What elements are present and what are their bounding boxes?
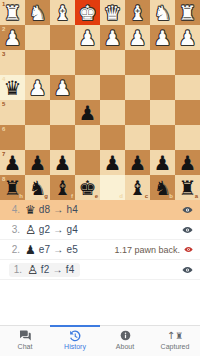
move-row-3[interactable]: 3.♙g2 → g4 (0, 220, 200, 240)
square-a2[interactable]: ♟ (175, 25, 200, 50)
eye-icon[interactable] (182, 226, 193, 234)
rank-label-7: 7 (2, 151, 5, 157)
square-h5[interactable]: 5 (0, 100, 25, 125)
square-d3[interactable] (100, 50, 125, 75)
bottom-nav: Chat History About ↑♜ Captured (0, 325, 200, 356)
square-h3[interactable]: 3 (0, 50, 25, 75)
move-entry: 3.♙g2 → g4 (9, 224, 82, 236)
square-e8[interactable]: e♚ (75, 175, 100, 200)
square-f8[interactable]: f♝ (50, 175, 75, 200)
tab-history-label: History (64, 343, 86, 350)
chess-app: 1♜♞♝♚♛♝♞♜2♟♟♟♟♟♟34♛♟♟5♟67♟♟♟♟♟♟♟8h♜g♞f♝e… (0, 0, 200, 356)
square-d7[interactable]: ♟ (100, 150, 125, 175)
white-pawn: ♟ (50, 75, 75, 100)
square-e5[interactable]: ♟ (75, 100, 100, 125)
square-b7[interactable]: ♟ (150, 150, 175, 175)
rank-label-4: 4 (2, 76, 5, 82)
move-text: f2 → f4 (41, 264, 75, 275)
square-f4[interactable]: ♟ (50, 75, 75, 100)
move-text: e7 → e5 (39, 244, 78, 255)
square-c7[interactable]: ♟ (125, 150, 150, 175)
file-label-d: d (119, 193, 123, 199)
square-e1[interactable]: ♚ (75, 0, 100, 25)
white-pawn: ♟ (75, 25, 100, 50)
square-b4[interactable] (150, 75, 175, 100)
square-f3[interactable] (50, 50, 75, 75)
black-pawn: ♟ (50, 150, 75, 175)
square-c6[interactable] (125, 125, 150, 150)
rank-label-1: 1 (2, 1, 5, 7)
white-bishop: ♝ (50, 0, 75, 25)
square-h1[interactable]: 1♜ (0, 0, 25, 25)
move-text: g2 → g4 (39, 224, 78, 235)
tab-captured-label: Captured (161, 343, 190, 350)
square-c5[interactable] (125, 100, 150, 125)
tab-history[interactable]: History (50, 326, 100, 356)
square-g8[interactable]: g♞ (25, 175, 50, 200)
tab-about[interactable]: About (100, 326, 150, 356)
tab-captured[interactable]: ↑♜ Captured (150, 326, 200, 356)
square-h8[interactable]: 8h♜ (0, 175, 25, 200)
move-row-4[interactable]: 4.♛d8 → h4 (0, 200, 200, 220)
square-h6[interactable]: 6 (0, 125, 25, 150)
black-pawn: ♟ (75, 100, 100, 125)
move-row-1[interactable]: 1.♙f2 → f4 (0, 260, 200, 280)
black-pawn: ♟ (25, 150, 50, 175)
square-a7[interactable]: ♟ (175, 150, 200, 175)
square-a8[interactable]: a♜ (175, 175, 200, 200)
square-f7[interactable]: ♟ (50, 150, 75, 175)
square-d4[interactable] (100, 75, 125, 100)
tab-chat-label: Chat (18, 343, 33, 350)
white-pawn: ♟ (175, 25, 200, 50)
square-g2[interactable] (25, 25, 50, 50)
square-c1[interactable]: ♝ (125, 0, 150, 25)
black-pawn: ♟ (125, 150, 150, 175)
square-a1[interactable]: ♜ (175, 0, 200, 25)
square-g3[interactable] (25, 50, 50, 75)
file-label-f: f (71, 193, 73, 199)
move-number: 4. (9, 204, 20, 215)
white-pawn: ♟ (25, 75, 50, 100)
square-a6[interactable] (175, 125, 200, 150)
white-pawn-icon: ♙ (27, 264, 38, 276)
chess-board: 1♜♞♝♚♛♝♞♜2♟♟♟♟♟♟34♛♟♟5♟67♟♟♟♟♟♟♟8h♜g♞f♝e… (0, 0, 200, 200)
square-c4[interactable] (125, 75, 150, 100)
square-c8[interactable]: c♝ (125, 175, 150, 200)
rank-label-6: 6 (2, 126, 5, 132)
tab-chat[interactable]: Chat (0, 326, 50, 356)
file-label-g: g (44, 193, 48, 199)
square-d8[interactable]: d (100, 175, 125, 200)
square-e2[interactable]: ♟ (75, 25, 100, 50)
white-pawn: ♟ (100, 25, 125, 50)
about-icon (120, 329, 131, 342)
rank-label-2: 2 (2, 26, 5, 32)
square-g4[interactable]: ♟ (25, 75, 50, 100)
tab-about-label: About (116, 343, 134, 350)
move-entry: 1.♙f2 → f4 (9, 263, 80, 277)
move-history-panel: 4.♛d8 → h43.♙g2 → g42.♟e7 → e51.17 pawn … (0, 200, 200, 280)
rank-label-5: 5 (2, 101, 5, 107)
file-label-h: h (19, 193, 23, 199)
active-tab-indicator (50, 325, 100, 327)
square-f6[interactable] (50, 125, 75, 150)
file-label-e: e (95, 193, 98, 199)
file-label-a: a (195, 193, 198, 199)
white-pawn: ♟ (125, 25, 150, 50)
square-c3[interactable] (125, 50, 150, 75)
file-label-b: b (169, 193, 173, 199)
square-h2[interactable]: 2♟ (0, 25, 25, 50)
move-entry: 4.♛d8 → h4 (9, 204, 82, 216)
white-pawn-icon: ♙ (25, 224, 36, 236)
captured-icon: ↑♜ (167, 329, 183, 342)
file-label-c: c (145, 193, 148, 199)
square-f1[interactable]: ♝ (50, 0, 75, 25)
square-g7[interactable]: ♟ (25, 150, 50, 175)
square-d1[interactable]: ♛ (100, 0, 125, 25)
square-h7[interactable]: 7♟ (0, 150, 25, 175)
eye-icon[interactable] (182, 206, 193, 214)
square-f2[interactable] (50, 25, 75, 50)
square-b6[interactable] (150, 125, 175, 150)
white-knight: ♞ (150, 0, 175, 25)
evaluation-note: 1.17 pawn back. (114, 245, 180, 255)
square-c2[interactable]: ♟ (125, 25, 150, 50)
square-e3[interactable] (75, 50, 100, 75)
history-icon (69, 329, 81, 342)
square-b3[interactable] (150, 50, 175, 75)
red-eye-icon[interactable] (184, 246, 193, 253)
square-h4[interactable]: 4♛ (0, 75, 25, 100)
square-b1[interactable]: ♞ (150, 0, 175, 25)
square-a3[interactable] (175, 50, 200, 75)
black-pawn: ♟ (175, 150, 200, 175)
square-g5[interactable] (25, 100, 50, 125)
square-d5[interactable] (100, 100, 125, 125)
move-entry: 2.♟e7 → e5 (9, 244, 82, 256)
move-number: 3. (9, 224, 20, 235)
white-king: ♚ (75, 0, 100, 25)
rank-label-8: 8 (2, 176, 5, 182)
square-a5[interactable] (175, 100, 200, 125)
move-number: 2. (9, 244, 20, 255)
move-row-2[interactable]: 2.♟e7 → e51.17 pawn back. (0, 240, 200, 260)
white-pawn: ♟ (150, 25, 175, 50)
black-queen-icon: ♛ (25, 204, 36, 216)
square-b5[interactable] (150, 100, 175, 125)
square-g6[interactable] (25, 125, 50, 150)
square-d6[interactable] (100, 125, 125, 150)
eye-icon[interactable] (182, 266, 193, 274)
square-e6[interactable] (75, 125, 100, 150)
square-e7[interactable] (75, 150, 100, 175)
square-a4[interactable] (175, 75, 200, 100)
square-e4[interactable] (75, 75, 100, 100)
white-queen: ♛ (100, 0, 125, 25)
black-pawn: ♟ (150, 150, 175, 175)
black-pawn-icon: ♟ (25, 244, 36, 256)
rank-label-3: 3 (2, 51, 5, 57)
white-rook: ♜ (175, 0, 200, 25)
square-g1[interactable]: ♞ (25, 0, 50, 25)
white-knight: ♞ (25, 0, 50, 25)
move-number: 1. (11, 264, 22, 275)
move-text: d8 → h4 (39, 204, 78, 215)
square-b2[interactable]: ♟ (150, 25, 175, 50)
white-bishop: ♝ (125, 0, 150, 25)
square-b8[interactable]: b♞ (150, 175, 175, 200)
square-f5[interactable] (50, 100, 75, 125)
square-d2[interactable]: ♟ (100, 25, 125, 50)
black-pawn: ♟ (100, 150, 125, 175)
chat-icon (19, 329, 32, 342)
